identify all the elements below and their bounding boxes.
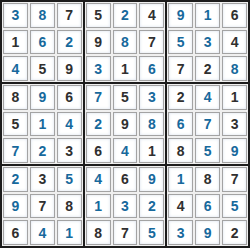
cell-r5c2[interactable]: 1 (30, 112, 55, 137)
cell-r6c7[interactable]: 8 (168, 138, 193, 163)
sudoku-board: 3871624595249873169165347288965147237532… (0, 0, 250, 248)
cell-r8c6[interactable]: 2 (139, 194, 164, 219)
cell-r5c8[interactable]: 7 (195, 112, 220, 137)
cell-r8c7[interactable]: 4 (168, 194, 193, 219)
cell-r9c9[interactable]: 2 (222, 220, 247, 245)
cell-r8c4[interactable]: 1 (86, 194, 111, 219)
cell-r1c3[interactable]: 7 (57, 3, 82, 28)
cell-r5c9[interactable]: 3 (222, 112, 247, 137)
cell-r6c8[interactable]: 5 (195, 138, 220, 163)
box-2-0: 235978641 (2, 166, 83, 246)
cell-r7c9[interactable]: 7 (222, 167, 247, 192)
cell-r5c6[interactable]: 8 (139, 112, 164, 137)
cell-r4c2[interactable]: 9 (30, 85, 55, 110)
box-1-0: 896514723 (2, 84, 83, 164)
cell-r2c7[interactable]: 5 (168, 30, 193, 55)
cell-r9c8[interactable]: 9 (195, 220, 220, 245)
cell-r6c9[interactable]: 9 (222, 138, 247, 163)
cell-r8c5[interactable]: 3 (113, 194, 138, 219)
cell-r6c5[interactable]: 4 (113, 138, 138, 163)
box-1-2: 241673859 (167, 84, 248, 164)
cell-r6c4[interactable]: 6 (86, 138, 111, 163)
box-0-2: 916534728 (167, 2, 248, 82)
cell-r6c3[interactable]: 3 (57, 138, 82, 163)
cell-r6c6[interactable]: 1 (139, 138, 164, 163)
box-0-0: 387162459 (2, 2, 83, 82)
cell-r6c1[interactable]: 7 (3, 138, 28, 163)
cell-r1c2[interactable]: 8 (30, 3, 55, 28)
cell-r4c6[interactable]: 3 (139, 85, 164, 110)
cell-r5c5[interactable]: 9 (113, 112, 138, 137)
cell-r2c1[interactable]: 1 (3, 30, 28, 55)
cell-r2c4[interactable]: 9 (86, 30, 111, 55)
cell-r5c1[interactable]: 5 (3, 112, 28, 137)
cell-r7c1[interactable]: 2 (3, 167, 28, 192)
cell-r2c3[interactable]: 2 (57, 30, 82, 55)
cell-r1c9[interactable]: 6 (222, 3, 247, 28)
cell-r7c7[interactable]: 1 (168, 167, 193, 192)
cell-r9c4[interactable]: 8 (86, 220, 111, 245)
cell-r1c7[interactable]: 9 (168, 3, 193, 28)
cell-r4c7[interactable]: 2 (168, 85, 193, 110)
box-2-2: 187465392 (167, 166, 248, 246)
cell-r7c2[interactable]: 3 (30, 167, 55, 192)
sudoku-app: 3871624595249873169165347288965147237532… (0, 0, 250, 248)
cell-r3c8[interactable]: 2 (195, 56, 220, 81)
cell-r3c1[interactable]: 4 (3, 56, 28, 81)
cell-r4c4[interactable]: 7 (86, 85, 111, 110)
cell-r3c9[interactable]: 8 (222, 56, 247, 81)
cell-r5c3[interactable]: 4 (57, 112, 82, 137)
cell-r4c1[interactable]: 8 (3, 85, 28, 110)
cell-r3c7[interactable]: 7 (168, 56, 193, 81)
box-1-1: 753298641 (85, 84, 166, 164)
cell-r1c1[interactable]: 3 (3, 3, 28, 28)
cell-r3c4[interactable]: 3 (86, 56, 111, 81)
cell-r7c4[interactable]: 4 (86, 167, 111, 192)
box-0-1: 524987316 (85, 2, 166, 82)
cell-r2c9[interactable]: 4 (222, 30, 247, 55)
cell-r8c8[interactable]: 6 (195, 194, 220, 219)
cell-r7c8[interactable]: 8 (195, 167, 220, 192)
cell-r2c2[interactable]: 6 (30, 30, 55, 55)
cell-r2c6[interactable]: 7 (139, 30, 164, 55)
cell-r4c9[interactable]: 1 (222, 85, 247, 110)
cell-r6c2[interactable]: 2 (30, 138, 55, 163)
cell-r3c3[interactable]: 9 (57, 56, 82, 81)
cell-r7c3[interactable]: 5 (57, 167, 82, 192)
cell-r3c5[interactable]: 1 (113, 56, 138, 81)
cell-r4c8[interactable]: 4 (195, 85, 220, 110)
cell-r3c2[interactable]: 5 (30, 56, 55, 81)
cell-r9c6[interactable]: 5 (139, 220, 164, 245)
cell-r8c9[interactable]: 5 (222, 194, 247, 219)
cell-r1c6[interactable]: 4 (139, 3, 164, 28)
cell-r8c1[interactable]: 9 (3, 194, 28, 219)
cell-r4c3[interactable]: 6 (57, 85, 82, 110)
cell-r9c3[interactable]: 1 (57, 220, 82, 245)
cell-r9c1[interactable]: 6 (3, 220, 28, 245)
cell-r9c5[interactable]: 7 (113, 220, 138, 245)
cell-r5c4[interactable]: 2 (86, 112, 111, 137)
cell-r4c5[interactable]: 5 (113, 85, 138, 110)
cell-r8c3[interactable]: 8 (57, 194, 82, 219)
cell-r8c2[interactable]: 7 (30, 194, 55, 219)
box-2-1: 469132875 (85, 166, 166, 246)
cell-r9c7[interactable]: 3 (168, 220, 193, 245)
cell-r9c2[interactable]: 4 (30, 220, 55, 245)
cell-r3c6[interactable]: 6 (139, 56, 164, 81)
cell-r5c7[interactable]: 6 (168, 112, 193, 137)
cell-r1c4[interactable]: 5 (86, 3, 111, 28)
cell-r7c5[interactable]: 6 (113, 167, 138, 192)
cell-r2c5[interactable]: 8 (113, 30, 138, 55)
cell-r1c5[interactable]: 2 (113, 3, 138, 28)
cell-r1c8[interactable]: 1 (195, 3, 220, 28)
cell-r2c8[interactable]: 3 (195, 30, 220, 55)
cell-r7c6[interactable]: 9 (139, 167, 164, 192)
